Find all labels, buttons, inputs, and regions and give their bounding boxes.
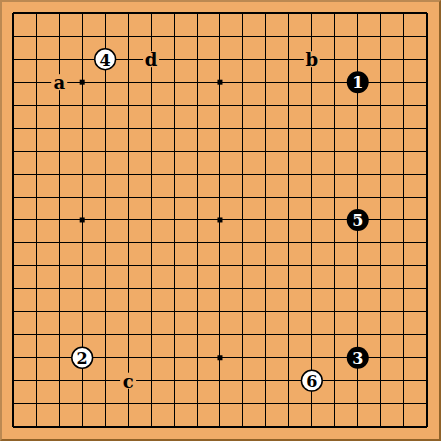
label-d: d <box>143 49 159 70</box>
stone-number: 6 <box>306 372 317 391</box>
label-text: a <box>53 72 65 93</box>
label-text: b <box>306 49 319 70</box>
stone-white-4: 4 <box>95 49 116 70</box>
label-text: d <box>145 49 158 70</box>
star-point <box>80 80 85 85</box>
stone-black-1: 1 <box>347 71 369 93</box>
stone-white-6: 6 <box>301 370 322 391</box>
star-point <box>217 80 222 85</box>
label-b: b <box>304 49 320 70</box>
label-text: c <box>123 371 134 392</box>
stone-number: 4 <box>100 51 111 70</box>
go-diagram: abcd123456 <box>0 0 441 441</box>
stone-number: 2 <box>77 349 88 368</box>
stone-black-3: 3 <box>347 347 369 369</box>
stone-number: 1 <box>352 73 363 92</box>
label-a: a <box>51 72 67 93</box>
star-point <box>217 217 222 222</box>
star-point <box>217 355 222 360</box>
stone-white-2: 2 <box>72 347 93 368</box>
label-c: c <box>120 371 136 392</box>
go-board: abcd123456 <box>2 2 439 439</box>
stone-number: 3 <box>352 349 363 368</box>
stone-number: 5 <box>352 211 363 230</box>
stone-black-5: 5 <box>347 209 369 231</box>
star-point <box>80 217 85 222</box>
